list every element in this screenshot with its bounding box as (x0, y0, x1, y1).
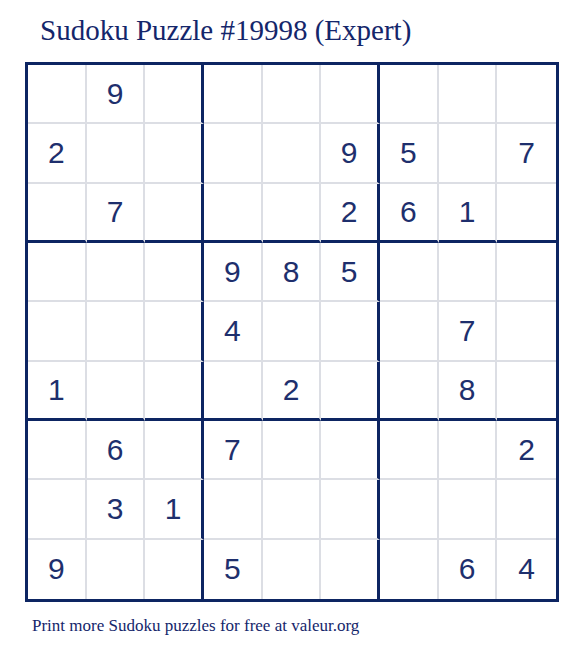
cell-r1c8[interactable] (439, 65, 498, 124)
cell-r3c8[interactable]: 1 (439, 184, 498, 243)
cell-r4c4[interactable]: 9 (204, 243, 263, 302)
cell-r3c5[interactable] (263, 184, 322, 243)
cell-r2c6[interactable]: 9 (321, 124, 380, 183)
cell-r8c5[interactable] (263, 480, 322, 539)
cell-r8c2[interactable]: 3 (87, 480, 146, 539)
cell-r3c9[interactable] (497, 184, 556, 243)
cell-r9c2[interactable] (87, 540, 146, 599)
cell-r7c2[interactable]: 6 (87, 421, 146, 480)
cell-r7c7[interactable] (380, 421, 439, 480)
cell-r9c9[interactable]: 4 (497, 540, 556, 599)
cell-r3c7[interactable]: 6 (380, 184, 439, 243)
cell-r8c3[interactable]: 1 (145, 480, 204, 539)
cell-r8c4[interactable] (204, 480, 263, 539)
cell-r6c3[interactable] (145, 362, 204, 421)
cell-r5c2[interactable] (87, 302, 146, 361)
sudoku-grid: 92957726198547128672319564 (25, 62, 559, 602)
cell-r4c6[interactable]: 5 (321, 243, 380, 302)
cell-r6c2[interactable] (87, 362, 146, 421)
cell-r5c4[interactable]: 4 (204, 302, 263, 361)
cell-r5c6[interactable] (321, 302, 380, 361)
cell-r7c5[interactable] (263, 421, 322, 480)
cell-r8c1[interactable] (28, 480, 87, 539)
cell-r5c5[interactable] (263, 302, 322, 361)
cell-r9c1[interactable]: 9 (28, 540, 87, 599)
cell-r9c5[interactable] (263, 540, 322, 599)
cell-r9c4[interactable]: 5 (204, 540, 263, 599)
footer-text: Print more Sudoku puzzles for free at va… (32, 616, 359, 636)
cell-r4c8[interactable] (439, 243, 498, 302)
cell-r7c3[interactable] (145, 421, 204, 480)
cell-r3c3[interactable] (145, 184, 204, 243)
cell-r5c9[interactable] (497, 302, 556, 361)
cell-r3c1[interactable] (28, 184, 87, 243)
cell-r2c3[interactable] (145, 124, 204, 183)
cell-r5c3[interactable] (145, 302, 204, 361)
cell-r6c8[interactable]: 8 (439, 362, 498, 421)
cell-r4c7[interactable] (380, 243, 439, 302)
cell-r7c9[interactable]: 2 (497, 421, 556, 480)
cell-r1c1[interactable] (28, 65, 87, 124)
cell-r6c6[interactable] (321, 362, 380, 421)
cell-r8c8[interactable] (439, 480, 498, 539)
cell-r3c6[interactable]: 2 (321, 184, 380, 243)
page-title: Sudoku Puzzle #19998 (Expert) (40, 14, 411, 47)
cell-r5c7[interactable] (380, 302, 439, 361)
cell-r1c2[interactable]: 9 (87, 65, 146, 124)
cell-r1c4[interactable] (204, 65, 263, 124)
cell-r6c1[interactable]: 1 (28, 362, 87, 421)
cell-r4c9[interactable] (497, 243, 556, 302)
cell-r6c9[interactable] (497, 362, 556, 421)
sudoku-page: Sudoku Puzzle #19998 (Expert) 9295772619… (0, 0, 580, 651)
cell-r7c4[interactable]: 7 (204, 421, 263, 480)
cell-r9c6[interactable] (321, 540, 380, 599)
cell-r7c1[interactable] (28, 421, 87, 480)
cell-r2c2[interactable] (87, 124, 146, 183)
cell-r4c5[interactable]: 8 (263, 243, 322, 302)
cell-r2c4[interactable] (204, 124, 263, 183)
cell-r6c4[interactable] (204, 362, 263, 421)
cell-r8c7[interactable] (380, 480, 439, 539)
cell-r9c8[interactable]: 6 (439, 540, 498, 599)
cell-r2c5[interactable] (263, 124, 322, 183)
cell-r3c2[interactable]: 7 (87, 184, 146, 243)
cell-r1c7[interactable] (380, 65, 439, 124)
cell-r7c8[interactable] (439, 421, 498, 480)
cell-r9c3[interactable] (145, 540, 204, 599)
cell-r2c9[interactable]: 7 (497, 124, 556, 183)
cell-r2c7[interactable]: 5 (380, 124, 439, 183)
cell-r1c3[interactable] (145, 65, 204, 124)
cell-r6c5[interactable]: 2 (263, 362, 322, 421)
cell-r5c1[interactable] (28, 302, 87, 361)
cell-r1c6[interactable] (321, 65, 380, 124)
cell-r7c6[interactable] (321, 421, 380, 480)
cell-r3c4[interactable] (204, 184, 263, 243)
cell-r9c7[interactable] (380, 540, 439, 599)
cell-r1c5[interactable] (263, 65, 322, 124)
cell-r4c3[interactable] (145, 243, 204, 302)
cell-r6c7[interactable] (380, 362, 439, 421)
cell-r8c6[interactable] (321, 480, 380, 539)
cell-r2c8[interactable] (439, 124, 498, 183)
cell-r5c8[interactable]: 7 (439, 302, 498, 361)
cell-r4c2[interactable] (87, 243, 146, 302)
cell-r8c9[interactable] (497, 480, 556, 539)
cell-r4c1[interactable] (28, 243, 87, 302)
cell-r2c1[interactable]: 2 (28, 124, 87, 183)
cell-r1c9[interactable] (497, 65, 556, 124)
